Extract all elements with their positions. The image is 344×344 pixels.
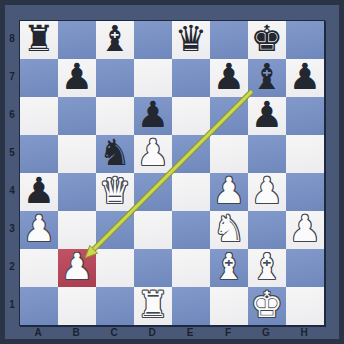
piece-black-rook-a8[interactable]: ♜ bbox=[23, 20, 55, 58]
square-b7[interactable]: ♟ bbox=[58, 59, 96, 97]
square-a3[interactable]: ♟ bbox=[20, 211, 58, 249]
square-c3[interactable] bbox=[96, 211, 134, 249]
piece-black-pawn-d6[interactable]: ♟ bbox=[137, 96, 169, 134]
chess-board: ♜♝♛♚♟♟♝♟♟♟♞♟♟♛♟♟♟♞♟♟♝♝♜♚ bbox=[19, 20, 325, 326]
square-d1[interactable]: ♜ bbox=[134, 287, 172, 325]
piece-white-pawn-d5[interactable]: ♟ bbox=[137, 134, 169, 172]
piece-black-knight-c5[interactable]: ♞ bbox=[99, 134, 131, 172]
rank-label-6: 6 bbox=[5, 96, 19, 134]
square-g7[interactable]: ♝ bbox=[248, 59, 286, 97]
square-h4[interactable] bbox=[286, 173, 324, 211]
file-labels: ABCDEFGH bbox=[19, 326, 323, 339]
rank-label-3: 3 bbox=[5, 210, 19, 248]
piece-black-king-g8[interactable]: ♚ bbox=[251, 20, 283, 58]
square-h6[interactable] bbox=[286, 97, 324, 135]
square-g8[interactable]: ♚ bbox=[248, 21, 286, 59]
square-c2[interactable] bbox=[96, 249, 134, 287]
square-b5[interactable] bbox=[58, 135, 96, 173]
square-d7[interactable] bbox=[134, 59, 172, 97]
square-a6[interactable] bbox=[20, 97, 58, 135]
file-label-b: B bbox=[57, 326, 95, 339]
square-g1[interactable]: ♚ bbox=[248, 287, 286, 325]
square-c8[interactable]: ♝ bbox=[96, 21, 134, 59]
square-e6[interactable] bbox=[172, 97, 210, 135]
square-g2[interactable]: ♝ bbox=[248, 249, 286, 287]
square-h2[interactable] bbox=[286, 249, 324, 287]
square-h5[interactable] bbox=[286, 135, 324, 173]
piece-black-pawn-a4[interactable]: ♟ bbox=[23, 172, 55, 210]
square-d5[interactable]: ♟ bbox=[134, 135, 172, 173]
square-a5[interactable] bbox=[20, 135, 58, 173]
rank-label-4: 4 bbox=[5, 172, 19, 210]
square-a2[interactable] bbox=[20, 249, 58, 287]
square-f1[interactable] bbox=[210, 287, 248, 325]
rank-label-2: 2 bbox=[5, 248, 19, 286]
piece-black-pawn-f7[interactable]: ♟ bbox=[213, 58, 245, 96]
square-a1[interactable] bbox=[20, 287, 58, 325]
piece-white-pawn-h3[interactable]: ♟ bbox=[289, 210, 321, 248]
square-b3[interactable] bbox=[58, 211, 96, 249]
square-c1[interactable] bbox=[96, 287, 134, 325]
square-f8[interactable] bbox=[210, 21, 248, 59]
square-h3[interactable]: ♟ bbox=[286, 211, 324, 249]
square-g6[interactable]: ♟ bbox=[248, 97, 286, 135]
square-e4[interactable] bbox=[172, 173, 210, 211]
rank-label-7: 7 bbox=[5, 58, 19, 96]
square-g5[interactable] bbox=[248, 135, 286, 173]
square-f3[interactable]: ♞ bbox=[210, 211, 248, 249]
rank-labels: 87654321 bbox=[5, 20, 19, 324]
square-a7[interactable] bbox=[20, 59, 58, 97]
rank-label-1: 1 bbox=[5, 286, 19, 324]
square-f7[interactable]: ♟ bbox=[210, 59, 248, 97]
square-e1[interactable] bbox=[172, 287, 210, 325]
square-c4[interactable]: ♛ bbox=[96, 173, 134, 211]
square-d2[interactable] bbox=[134, 249, 172, 287]
square-f5[interactable] bbox=[210, 135, 248, 173]
square-e7[interactable] bbox=[172, 59, 210, 97]
piece-white-king-g1[interactable]: ♚ bbox=[251, 286, 283, 324]
square-e2[interactable] bbox=[172, 249, 210, 287]
square-b2[interactable]: ♟ bbox=[58, 249, 96, 287]
chess-board-frame: 87654321 ABCDEFGH ♜♝♛♚♟♟♝♟♟♟♞♟♟♛♟♟♟♞♟♟♝♝… bbox=[0, 0, 344, 344]
square-a8[interactable]: ♜ bbox=[20, 21, 58, 59]
square-b1[interactable] bbox=[58, 287, 96, 325]
file-label-d: D bbox=[133, 326, 171, 339]
square-b8[interactable] bbox=[58, 21, 96, 59]
square-d4[interactable] bbox=[134, 173, 172, 211]
piece-black-queen-e8[interactable]: ♛ bbox=[175, 20, 207, 58]
square-c5[interactable]: ♞ bbox=[96, 135, 134, 173]
square-d8[interactable] bbox=[134, 21, 172, 59]
file-label-a: A bbox=[19, 326, 57, 339]
square-e3[interactable] bbox=[172, 211, 210, 249]
piece-white-bishop-g2[interactable]: ♝ bbox=[251, 248, 283, 286]
piece-white-pawn-b2[interactable]: ♟ bbox=[61, 248, 93, 286]
square-b4[interactable] bbox=[58, 173, 96, 211]
piece-black-bishop-g7[interactable]: ♝ bbox=[251, 58, 283, 96]
file-label-c: C bbox=[95, 326, 133, 339]
file-label-h: H bbox=[285, 326, 323, 339]
piece-white-knight-f3[interactable]: ♞ bbox=[213, 210, 245, 248]
square-e5[interactable] bbox=[172, 135, 210, 173]
square-d6[interactable]: ♟ bbox=[134, 97, 172, 135]
square-h8[interactable] bbox=[286, 21, 324, 59]
piece-black-bishop-c8[interactable]: ♝ bbox=[99, 20, 131, 58]
piece-white-queen-c4[interactable]: ♛ bbox=[99, 172, 131, 210]
piece-white-rook-d1[interactable]: ♜ bbox=[137, 286, 169, 324]
square-c6[interactable] bbox=[96, 97, 134, 135]
square-f4[interactable]: ♟ bbox=[210, 173, 248, 211]
square-g4[interactable]: ♟ bbox=[248, 173, 286, 211]
piece-black-pawn-h7[interactable]: ♟ bbox=[289, 58, 321, 96]
square-h7[interactable]: ♟ bbox=[286, 59, 324, 97]
rank-label-8: 8 bbox=[5, 20, 19, 58]
square-f6[interactable] bbox=[210, 97, 248, 135]
square-d3[interactable] bbox=[134, 211, 172, 249]
file-label-g: G bbox=[247, 326, 285, 339]
piece-black-pawn-g6[interactable]: ♟ bbox=[251, 96, 283, 134]
square-b6[interactable] bbox=[58, 97, 96, 135]
file-label-e: E bbox=[171, 326, 209, 339]
square-h1[interactable] bbox=[286, 287, 324, 325]
square-a4[interactable]: ♟ bbox=[20, 173, 58, 211]
square-e8[interactable]: ♛ bbox=[172, 21, 210, 59]
file-label-f: F bbox=[209, 326, 247, 339]
square-f2[interactable]: ♝ bbox=[210, 249, 248, 287]
piece-white-bishop-f2[interactable]: ♝ bbox=[213, 248, 245, 286]
square-c7[interactable] bbox=[96, 59, 134, 97]
piece-white-pawn-g4[interactable]: ♟ bbox=[251, 172, 283, 210]
square-g3[interactable] bbox=[248, 211, 286, 249]
piece-white-pawn-a3[interactable]: ♟ bbox=[23, 210, 55, 248]
piece-black-pawn-b7[interactable]: ♟ bbox=[61, 58, 93, 96]
piece-white-pawn-f4[interactable]: ♟ bbox=[213, 172, 245, 210]
rank-label-5: 5 bbox=[5, 134, 19, 172]
